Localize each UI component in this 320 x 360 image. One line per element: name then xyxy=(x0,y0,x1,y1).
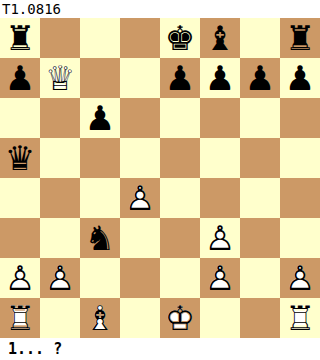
square-e7[interactable]: ♟ xyxy=(160,58,200,98)
white-rook[interactable]: ♜♖ xyxy=(0,298,40,338)
square-e1[interactable]: ♚♔ xyxy=(160,298,200,338)
square-e5[interactable] xyxy=(160,138,200,178)
move-prompt: 1... ? xyxy=(8,340,62,358)
black-rook[interactable]: ♜ xyxy=(0,18,40,58)
square-a5[interactable]: ♛ xyxy=(0,138,40,178)
square-a2[interactable]: ♟♙ xyxy=(0,258,40,298)
black-knight[interactable]: ♞ xyxy=(80,218,120,258)
square-b1[interactable] xyxy=(40,298,80,338)
square-b4[interactable] xyxy=(40,178,80,218)
chess-puzzle-window: T1.0816 ♜♚♝♜♟♛♕♟♟♟♟♟♛♟♙♞♟♙♟♙♟♙♟♙♟♙♜♖♝♗♚♔… xyxy=(0,0,320,360)
square-e6[interactable] xyxy=(160,98,200,138)
piece-outline: ♕ xyxy=(40,58,80,98)
square-e8[interactable]: ♚ xyxy=(160,18,200,58)
square-b8[interactable] xyxy=(40,18,80,58)
square-g2[interactable] xyxy=(240,258,280,298)
white-pawn[interactable]: ♟♙ xyxy=(0,258,40,298)
square-a4[interactable] xyxy=(0,178,40,218)
square-f4[interactable] xyxy=(200,178,240,218)
square-c8[interactable] xyxy=(80,18,120,58)
puzzle-header: T1.0816 xyxy=(0,0,320,18)
black-pawn[interactable]: ♟ xyxy=(160,58,200,98)
square-h5[interactable] xyxy=(280,138,320,178)
square-g4[interactable] xyxy=(240,178,280,218)
square-f6[interactable] xyxy=(200,98,240,138)
square-f2[interactable]: ♟♙ xyxy=(200,258,240,298)
square-c7[interactable] xyxy=(80,58,120,98)
square-d3[interactable] xyxy=(120,218,160,258)
square-h4[interactable] xyxy=(280,178,320,218)
square-b7[interactable]: ♛♕ xyxy=(40,58,80,98)
square-c6[interactable]: ♟ xyxy=(80,98,120,138)
piece-outline: ♖ xyxy=(280,298,320,338)
piece-outline: ♙ xyxy=(40,258,80,298)
status-bar: 1... ? xyxy=(0,338,320,360)
square-f5[interactable] xyxy=(200,138,240,178)
square-h2[interactable]: ♟♙ xyxy=(280,258,320,298)
square-g1[interactable] xyxy=(240,298,280,338)
square-f7[interactable]: ♟ xyxy=(200,58,240,98)
square-d5[interactable] xyxy=(120,138,160,178)
white-pawn[interactable]: ♟♙ xyxy=(40,258,80,298)
black-pawn[interactable]: ♟ xyxy=(200,58,240,98)
black-pawn[interactable]: ♟ xyxy=(80,98,120,138)
white-rook[interactable]: ♜♖ xyxy=(280,298,320,338)
square-a8[interactable]: ♜ xyxy=(0,18,40,58)
square-d7[interactable] xyxy=(120,58,160,98)
black-pawn[interactable]: ♟ xyxy=(240,58,280,98)
square-d2[interactable] xyxy=(120,258,160,298)
piece-outline: ♗ xyxy=(80,298,120,338)
white-king[interactable]: ♚♔ xyxy=(160,298,200,338)
square-g3[interactable] xyxy=(240,218,280,258)
black-king[interactable]: ♚ xyxy=(160,18,200,58)
square-b2[interactable]: ♟♙ xyxy=(40,258,80,298)
piece-outline: ♙ xyxy=(200,258,240,298)
square-f3[interactable]: ♟♙ xyxy=(200,218,240,258)
square-a6[interactable] xyxy=(0,98,40,138)
square-f8[interactable]: ♝ xyxy=(200,18,240,58)
square-g5[interactable] xyxy=(240,138,280,178)
white-pawn[interactable]: ♟♙ xyxy=(120,178,160,218)
square-d1[interactable] xyxy=(120,298,160,338)
square-b3[interactable] xyxy=(40,218,80,258)
square-a7[interactable]: ♟ xyxy=(0,58,40,98)
white-pawn[interactable]: ♟♙ xyxy=(200,258,240,298)
square-d6[interactable] xyxy=(120,98,160,138)
piece-outline: ♙ xyxy=(0,258,40,298)
square-g8[interactable] xyxy=(240,18,280,58)
square-d8[interactable] xyxy=(120,18,160,58)
piece-outline: ♙ xyxy=(200,218,240,258)
black-pawn[interactable]: ♟ xyxy=(0,58,40,98)
square-c5[interactable] xyxy=(80,138,120,178)
black-queen[interactable]: ♛ xyxy=(0,138,40,178)
square-g7[interactable]: ♟ xyxy=(240,58,280,98)
piece-outline: ♔ xyxy=(160,298,200,338)
square-c2[interactable] xyxy=(80,258,120,298)
black-pawn[interactable]: ♟ xyxy=(280,58,320,98)
white-pawn[interactable]: ♟♙ xyxy=(280,258,320,298)
square-a3[interactable] xyxy=(0,218,40,258)
square-e3[interactable] xyxy=(160,218,200,258)
square-b6[interactable] xyxy=(40,98,80,138)
piece-outline: ♙ xyxy=(120,178,160,218)
white-queen[interactable]: ♛♕ xyxy=(40,58,80,98)
square-a1[interactable]: ♜♖ xyxy=(0,298,40,338)
square-c1[interactable]: ♝♗ xyxy=(80,298,120,338)
piece-outline: ♖ xyxy=(0,298,40,338)
square-e4[interactable] xyxy=(160,178,200,218)
square-g6[interactable] xyxy=(240,98,280,138)
square-c3[interactable]: ♞ xyxy=(80,218,120,258)
square-h8[interactable]: ♜ xyxy=(280,18,320,58)
black-rook[interactable]: ♜ xyxy=(280,18,320,58)
square-h3[interactable] xyxy=(280,218,320,258)
square-d4[interactable]: ♟♙ xyxy=(120,178,160,218)
black-bishop[interactable]: ♝ xyxy=(200,18,240,58)
square-h7[interactable]: ♟ xyxy=(280,58,320,98)
square-e2[interactable] xyxy=(160,258,200,298)
square-c4[interactable] xyxy=(80,178,120,218)
square-h1[interactable]: ♜♖ xyxy=(280,298,320,338)
white-pawn[interactable]: ♟♙ xyxy=(200,218,240,258)
square-h6[interactable] xyxy=(280,98,320,138)
chess-board[interactable]: ♜♚♝♜♟♛♕♟♟♟♟♟♛♟♙♞♟♙♟♙♟♙♟♙♟♙♜♖♝♗♚♔♜♖ xyxy=(0,18,320,338)
puzzle-id: T1.0816 xyxy=(2,2,61,16)
white-bishop[interactable]: ♝♗ xyxy=(80,298,120,338)
square-f1[interactable] xyxy=(200,298,240,338)
square-b5[interactable] xyxy=(40,138,80,178)
piece-outline: ♙ xyxy=(280,258,320,298)
